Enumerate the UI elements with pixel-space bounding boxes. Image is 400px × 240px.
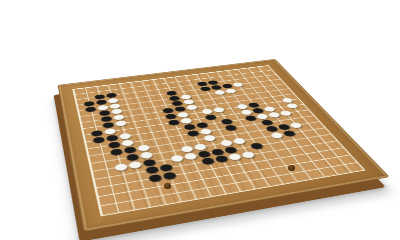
white-stone[interactable]: ● xyxy=(114,119,128,127)
black-stone[interactable]: ● xyxy=(91,135,106,144)
finger-hole-right xyxy=(288,165,295,171)
black-stone[interactable]: ● xyxy=(161,170,178,181)
finger-hole-left xyxy=(164,183,171,189)
white-stone[interactable]: ● xyxy=(113,161,129,172)
go-board-photo: ●●●●●●●●●●●●●●●●●●●●●●●●●●●●●●●●●●●●●●●●… xyxy=(0,0,400,240)
black-stone[interactable]: ● xyxy=(84,105,97,113)
white-stone[interactable]: ● xyxy=(223,87,237,94)
black-stone[interactable]: ● xyxy=(108,147,123,157)
black-stone[interactable]: ● xyxy=(222,123,238,132)
go-board: ●●●●●●●●●●●●●●●●●●●●●●●●●●●●●●●●●●●●●●●●… xyxy=(58,59,390,232)
